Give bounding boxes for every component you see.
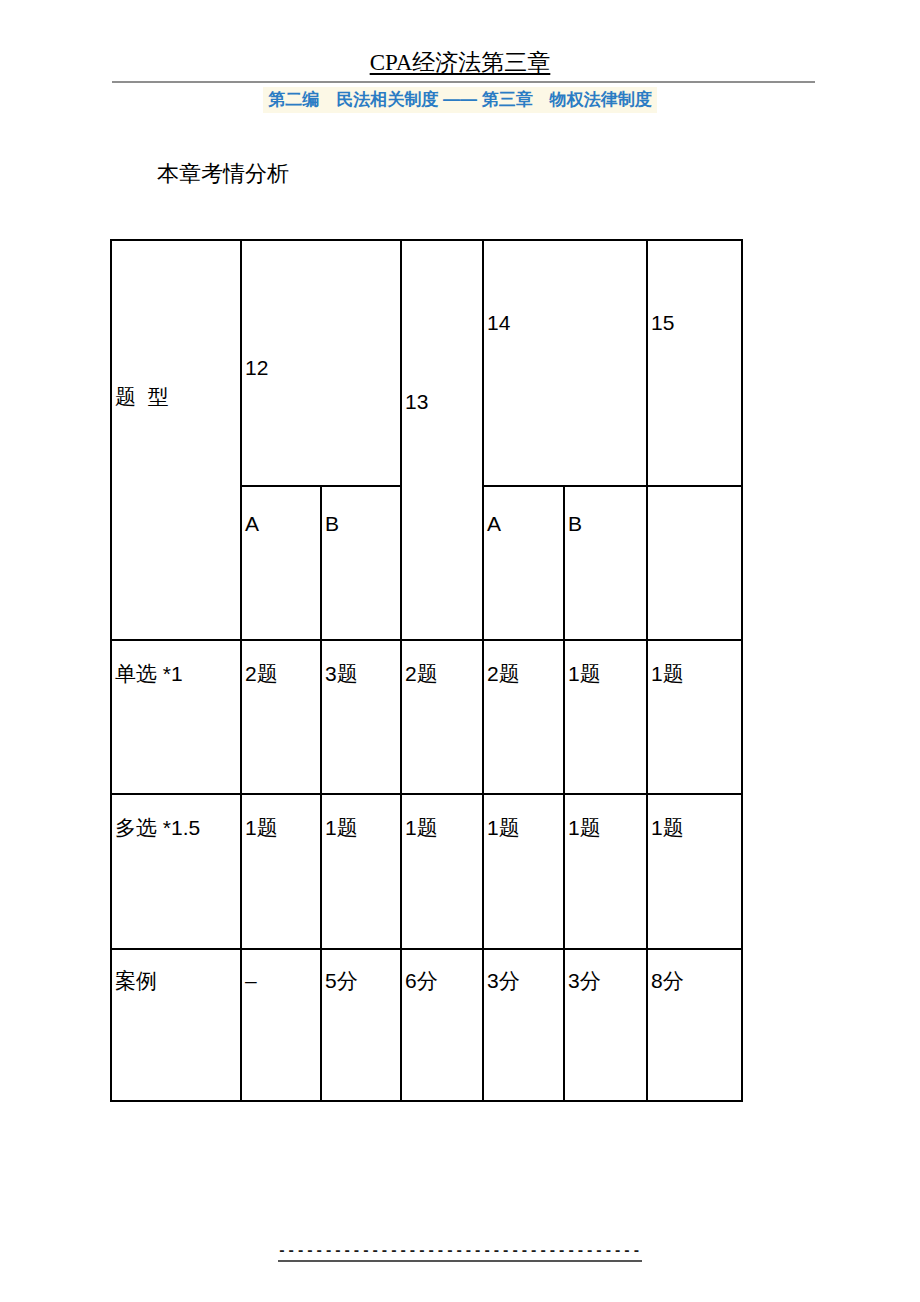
section-heading: 本章考情分析 [157, 161, 289, 187]
table-cell: 1题 [484, 795, 565, 950]
chapter-subtitle: 第二编 民法相关制度 —— 第三章 物权法律制度 [263, 87, 656, 113]
table-year-15-cell: 15 [648, 241, 741, 487]
table-subcol-14A-cell: A [484, 487, 565, 641]
document-page: CPA经济法第三章 第二编 民法相关制度 —— 第三章 物权法律制度 本章考情分… [0, 0, 920, 1302]
table-cell: 1题 [322, 795, 402, 950]
row-multi-choice-label: 多选 *1.5 [112, 795, 242, 950]
table-cell: 3分 [484, 950, 565, 1100]
table-cell: 1题 [648, 795, 741, 950]
table-subcol-14B-cell: B [565, 487, 648, 641]
row-single-choice-label: 单选 *1 [112, 641, 242, 795]
table-cell: 1题 [565, 641, 648, 795]
table-cell: 2题 [402, 641, 484, 795]
table-cell: 3题 [322, 641, 402, 795]
row-case-label: 案例 [112, 950, 242, 1100]
table-cell: 1题 [402, 795, 484, 950]
table-cell: 1题 [648, 641, 741, 795]
table-cell: 2题 [242, 641, 322, 795]
exam-analysis-table: 题 型 12 13 14 15 A B A B 单选 *1 2题 3题 2题 2… [110, 239, 743, 1102]
header: CPA经济法第三章 [0, 49, 920, 77]
table-cell: 2题 [484, 641, 565, 795]
table-cell: – [242, 950, 322, 1100]
table-subcol-12B-cell: B [322, 487, 402, 641]
document-title: CPA经济法第三章 [370, 49, 551, 77]
table-year-14-cell: 14 [484, 241, 648, 487]
table-cell: 3分 [565, 950, 648, 1100]
table-cell: 1题 [565, 795, 648, 950]
dashed-divider: ----------------------------------------… [278, 1243, 642, 1262]
header-rule [112, 81, 815, 83]
table-cell: 1题 [242, 795, 322, 950]
footer: ----------------------------------------… [0, 1243, 920, 1266]
table-year-13-cell: 13 [402, 241, 484, 641]
table-cell: 8分 [648, 950, 741, 1100]
subtitle-row: 第二编 民法相关制度 —— 第三章 物权法律制度 [0, 87, 920, 113]
table-subcol-15-empty-cell [648, 487, 741, 641]
table-cell: 6分 [402, 950, 484, 1100]
table-cell: 5分 [322, 950, 402, 1100]
table-corner-cell: 题 型 [112, 241, 242, 641]
table-year-12-cell: 12 [242, 241, 402, 487]
table-subcol-12A-cell: A [242, 487, 322, 641]
